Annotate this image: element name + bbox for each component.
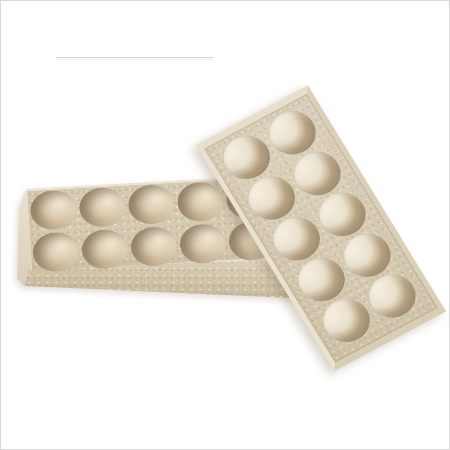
pit-front-r1c4[interactable] [176, 181, 224, 223]
pit-front-r1c3[interactable] [127, 183, 175, 225]
pit-front-r2c3[interactable] [129, 225, 177, 267]
pit-front-r2c2[interactable] [80, 228, 128, 270]
pit-front-r1c2[interactable] [78, 186, 126, 228]
pit-front-r2c4[interactable] [178, 223, 226, 265]
pit-front-r2c1[interactable] [31, 231, 79, 273]
pit-front-r1c1[interactable] [29, 189, 77, 231]
product-photo-stage [0, 0, 450, 450]
background-artifact-line [56, 57, 213, 58]
